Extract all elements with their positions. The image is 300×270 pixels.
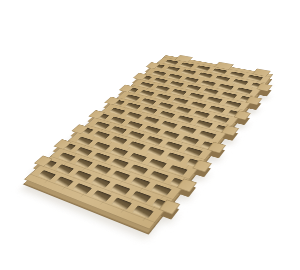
right-edge-tab xyxy=(242,106,259,115)
right-edge-tab xyxy=(158,204,180,219)
slot xyxy=(110,136,128,145)
slot xyxy=(165,153,184,163)
slot xyxy=(37,170,55,180)
left-edge-tab xyxy=(145,67,160,74)
panel-top-layer xyxy=(18,52,282,233)
left-edge-tab xyxy=(118,90,134,98)
slot xyxy=(110,171,129,182)
slot xyxy=(110,147,128,156)
right-edge-tab xyxy=(253,93,269,101)
slot xyxy=(158,111,175,119)
slot xyxy=(198,130,217,139)
slot xyxy=(227,110,245,118)
slot xyxy=(91,177,111,188)
slot xyxy=(165,66,180,72)
left-edge-tab xyxy=(104,97,120,105)
right-edge-tab xyxy=(256,83,272,91)
slot xyxy=(150,184,171,196)
slot xyxy=(142,116,159,124)
slot xyxy=(160,121,178,129)
far-edge-tab xyxy=(214,62,233,70)
left-edge-tab xyxy=(116,95,132,103)
far-edge-tab xyxy=(172,65,190,72)
right-edge-tab xyxy=(218,135,236,146)
slot xyxy=(125,112,142,120)
left-edge-tab xyxy=(143,72,158,79)
slot xyxy=(111,197,132,209)
slot xyxy=(202,88,219,95)
slot xyxy=(174,106,191,113)
slot xyxy=(154,86,170,92)
far-edge-tab xyxy=(175,55,193,62)
slot xyxy=(150,64,165,69)
slot xyxy=(167,165,187,176)
slot xyxy=(93,121,110,129)
slot xyxy=(164,60,179,65)
slot xyxy=(127,131,145,140)
slot xyxy=(208,106,225,114)
panel-base xyxy=(21,65,270,240)
slot xyxy=(132,205,154,218)
left-edge-tab xyxy=(34,155,53,166)
slot xyxy=(93,112,109,119)
far-edge-tab xyxy=(252,69,270,77)
slot xyxy=(235,87,252,94)
slot xyxy=(214,125,233,134)
slot xyxy=(143,126,161,134)
slot xyxy=(74,158,92,168)
left-edge-tab xyxy=(101,107,117,115)
right-edge-tab xyxy=(189,169,209,182)
slot xyxy=(126,121,143,129)
far-edge-tab xyxy=(211,72,230,80)
slot xyxy=(147,159,166,169)
slot xyxy=(124,94,140,101)
left-edge-tab xyxy=(130,83,145,90)
slot xyxy=(239,96,256,103)
slot xyxy=(163,141,182,150)
left-edge-tab xyxy=(88,110,105,119)
slot xyxy=(123,86,138,92)
slot xyxy=(155,94,171,101)
slot xyxy=(250,83,266,90)
right-edge-tab xyxy=(176,178,197,192)
slot xyxy=(146,147,165,156)
slot xyxy=(172,97,189,104)
slot xyxy=(192,111,210,119)
slot xyxy=(145,136,163,145)
slot xyxy=(73,170,92,180)
slot xyxy=(131,191,152,203)
slot xyxy=(93,131,110,139)
slot xyxy=(170,178,191,189)
slot xyxy=(138,82,153,88)
slot xyxy=(110,158,129,168)
right-edge-tab xyxy=(207,142,226,154)
slot xyxy=(127,141,145,150)
slot xyxy=(109,107,125,114)
slot xyxy=(183,77,199,83)
slot xyxy=(214,76,230,82)
slot xyxy=(152,78,167,84)
slot xyxy=(168,81,184,87)
right-edge-tab xyxy=(191,164,211,177)
slot xyxy=(157,102,174,109)
slot xyxy=(72,183,92,194)
right-edge-tab xyxy=(175,183,196,197)
slot xyxy=(129,165,148,175)
slot xyxy=(76,136,93,145)
slot xyxy=(187,93,204,100)
slot xyxy=(139,90,155,97)
slot xyxy=(181,136,200,145)
left-edge-tab xyxy=(87,115,104,124)
slot xyxy=(59,142,76,151)
slot xyxy=(185,85,201,91)
right-edge-tab xyxy=(221,125,239,136)
plank-seams xyxy=(28,57,272,225)
slot xyxy=(75,147,93,156)
right-edge-tab xyxy=(192,159,212,172)
slot xyxy=(76,126,93,134)
slot xyxy=(224,101,241,108)
slot xyxy=(137,75,152,81)
slot xyxy=(167,74,182,80)
left-edge-tab xyxy=(119,85,135,93)
slot xyxy=(56,164,74,174)
right-edge-tab xyxy=(255,88,271,96)
slot xyxy=(39,158,57,168)
slot xyxy=(183,147,202,157)
slot xyxy=(125,103,141,110)
left-edge-tab xyxy=(103,102,119,110)
slot xyxy=(181,70,196,76)
left-edge-tab xyxy=(50,149,68,160)
right-edge-tab xyxy=(204,152,223,164)
slot xyxy=(130,177,150,188)
slot xyxy=(170,89,186,96)
right-edge-tab xyxy=(233,110,251,120)
right-edge-tab xyxy=(220,130,238,141)
slot xyxy=(91,190,111,202)
far-edge-tab xyxy=(174,60,192,67)
slot xyxy=(152,198,173,211)
panel-shadow-layer xyxy=(15,62,279,243)
slot xyxy=(205,97,222,104)
panel-base xyxy=(24,55,273,230)
slot xyxy=(228,72,244,78)
slot xyxy=(201,141,220,150)
slot xyxy=(186,159,206,169)
slot xyxy=(195,65,210,71)
slot xyxy=(211,68,227,74)
panel-side-layer xyxy=(17,57,281,238)
slot xyxy=(54,176,73,187)
slot xyxy=(179,62,194,68)
left-edge-tab xyxy=(146,62,161,69)
left-edge-tab xyxy=(53,139,71,150)
left-edge-tab xyxy=(52,144,70,155)
left-edge-tab xyxy=(133,73,148,80)
right-edge-tab xyxy=(156,209,178,224)
slot xyxy=(92,164,111,174)
slot xyxy=(200,80,216,86)
slot xyxy=(220,92,237,99)
right-edge-tab xyxy=(245,96,262,105)
slot xyxy=(178,125,196,133)
slot xyxy=(162,131,180,140)
slot xyxy=(211,115,229,123)
right-edge-tab xyxy=(244,101,261,110)
slot xyxy=(141,107,158,114)
far-edge-tab xyxy=(213,67,232,75)
slot xyxy=(217,84,233,91)
slot xyxy=(57,153,75,162)
slot xyxy=(195,120,213,128)
slot xyxy=(190,101,207,108)
left-edge-tab xyxy=(71,124,88,134)
left-edge-tab xyxy=(85,120,102,129)
right-edge-tab xyxy=(230,120,248,130)
slot-grid xyxy=(33,58,266,221)
left-edge-tab xyxy=(33,160,52,171)
product-render-scene xyxy=(0,0,300,270)
slot xyxy=(197,73,213,79)
right-edge-tab xyxy=(173,188,194,202)
right-edge-tab xyxy=(159,199,181,214)
left-edge-tab xyxy=(31,165,50,176)
left-edge-tab xyxy=(132,78,147,85)
slot xyxy=(140,98,156,105)
slot xyxy=(92,153,110,163)
slot xyxy=(149,171,169,182)
panel-base xyxy=(23,60,272,235)
far-edge-tab xyxy=(251,74,269,82)
slot xyxy=(92,142,110,151)
slot xyxy=(232,79,248,85)
slot xyxy=(128,153,147,163)
left-edge-tab xyxy=(68,134,85,144)
slot xyxy=(109,99,125,106)
far-edge-tab xyxy=(249,79,267,87)
left-edge-tab xyxy=(70,129,87,139)
slot xyxy=(109,126,126,134)
slot xyxy=(109,117,126,125)
slot xyxy=(111,184,131,195)
right-edge-tab xyxy=(232,115,250,125)
right-edge-tab xyxy=(206,147,225,159)
slot xyxy=(176,116,194,124)
slot xyxy=(151,71,166,77)
slot xyxy=(246,75,262,81)
